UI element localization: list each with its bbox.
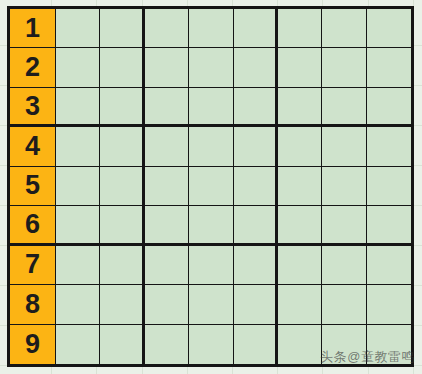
cell-r2c5[interactable] xyxy=(189,48,233,87)
cell-r3c1[interactable]: 3 xyxy=(10,88,56,127)
cell-r5c5[interactable] xyxy=(189,167,233,206)
cell-r1c5[interactable] xyxy=(189,9,233,48)
cell-r9c3[interactable] xyxy=(100,325,144,364)
cell-r9c1[interactable]: 9 xyxy=(10,325,56,364)
cell-r5c9[interactable] xyxy=(367,167,411,206)
cell-r9c4[interactable] xyxy=(145,325,189,364)
cell-r9c2[interactable] xyxy=(56,325,100,364)
cell-r8c8[interactable] xyxy=(322,285,366,324)
cell-r5c3[interactable] xyxy=(100,167,144,206)
cell-r8c6[interactable] xyxy=(234,285,278,324)
cell-r6c3[interactable] xyxy=(100,206,144,245)
cell-r8c9[interactable] xyxy=(367,285,411,324)
cell-r5c1[interactable]: 5 xyxy=(10,167,56,206)
cell-r8c3[interactable] xyxy=(100,285,144,324)
cell-r8c2[interactable] xyxy=(56,285,100,324)
cell-r4c6[interactable] xyxy=(234,127,278,166)
cell-r9c8[interactable] xyxy=(322,325,366,364)
cell-r4c2[interactable] xyxy=(56,127,100,166)
cell-r6c4[interactable] xyxy=(145,206,189,245)
sudoku-board: 123456789 xyxy=(7,6,414,367)
cell-r3c6[interactable] xyxy=(234,88,278,127)
cell-r1c1[interactable]: 1 xyxy=(10,9,56,48)
cell-r7c2[interactable] xyxy=(56,246,100,285)
cell-r4c5[interactable] xyxy=(189,127,233,166)
cell-r1c8[interactable] xyxy=(322,9,366,48)
cell-r2c1[interactable]: 2 xyxy=(10,48,56,87)
cell-r5c6[interactable] xyxy=(234,167,278,206)
cell-r9c5[interactable] xyxy=(189,325,233,364)
cell-r6c6[interactable] xyxy=(234,206,278,245)
cell-r7c6[interactable] xyxy=(234,246,278,285)
cell-r7c9[interactable] xyxy=(367,246,411,285)
cell-r2c3[interactable] xyxy=(100,48,144,87)
cell-r5c7[interactable] xyxy=(278,167,322,206)
cell-r1c3[interactable] xyxy=(100,9,144,48)
cell-r7c7[interactable] xyxy=(278,246,322,285)
cell-r6c1[interactable]: 6 xyxy=(10,206,56,245)
cell-r8c1[interactable]: 8 xyxy=(10,285,56,324)
cell-r3c9[interactable] xyxy=(367,88,411,127)
cell-r2c2[interactable] xyxy=(56,48,100,87)
cell-r9c9[interactable] xyxy=(367,325,411,364)
cell-r2c7[interactable] xyxy=(278,48,322,87)
cell-r7c5[interactable] xyxy=(189,246,233,285)
cell-r6c7[interactable] xyxy=(278,206,322,245)
cell-r6c5[interactable] xyxy=(189,206,233,245)
cell-r1c6[interactable] xyxy=(234,9,278,48)
cell-r1c4[interactable] xyxy=(145,9,189,48)
cell-r3c4[interactable] xyxy=(145,88,189,127)
cell-r1c2[interactable] xyxy=(56,9,100,48)
cell-r4c1[interactable]: 4 xyxy=(10,127,56,166)
cell-r5c2[interactable] xyxy=(56,167,100,206)
cell-r4c4[interactable] xyxy=(145,127,189,166)
cell-r4c3[interactable] xyxy=(100,127,144,166)
cell-r4c8[interactable] xyxy=(322,127,366,166)
cell-r1c7[interactable] xyxy=(278,9,322,48)
cell-r6c9[interactable] xyxy=(367,206,411,245)
cell-r2c6[interactable] xyxy=(234,48,278,87)
cell-r8c7[interactable] xyxy=(278,285,322,324)
cell-r2c8[interactable] xyxy=(322,48,366,87)
cell-r4c7[interactable] xyxy=(278,127,322,166)
cell-r3c5[interactable] xyxy=(189,88,233,127)
cell-r6c2[interactable] xyxy=(56,206,100,245)
cell-r5c8[interactable] xyxy=(322,167,366,206)
cell-r3c7[interactable] xyxy=(278,88,322,127)
cell-r9c6[interactable] xyxy=(234,325,278,364)
cell-r2c4[interactable] xyxy=(145,48,189,87)
cell-r7c8[interactable] xyxy=(322,246,366,285)
cell-r3c8[interactable] xyxy=(322,88,366,127)
cell-r6c8[interactable] xyxy=(322,206,366,245)
cell-r7c1[interactable]: 7 xyxy=(10,246,56,285)
cell-r8c4[interactable] xyxy=(145,285,189,324)
cell-r7c3[interactable] xyxy=(100,246,144,285)
cell-r5c4[interactable] xyxy=(145,167,189,206)
cell-r9c7[interactable] xyxy=(278,325,322,364)
cell-r3c3[interactable] xyxy=(100,88,144,127)
cell-r3c2[interactable] xyxy=(56,88,100,127)
cell-r2c9[interactable] xyxy=(367,48,411,87)
cell-r7c4[interactable] xyxy=(145,246,189,285)
cell-r4c9[interactable] xyxy=(367,127,411,166)
cell-r8c5[interactable] xyxy=(189,285,233,324)
cell-r1c9[interactable] xyxy=(367,9,411,48)
